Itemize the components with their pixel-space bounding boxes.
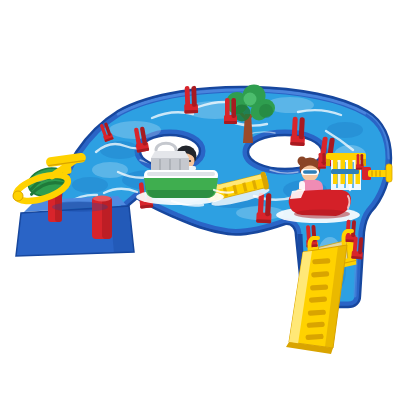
product-photo [0,0,400,400]
playset-illustration [0,0,400,400]
